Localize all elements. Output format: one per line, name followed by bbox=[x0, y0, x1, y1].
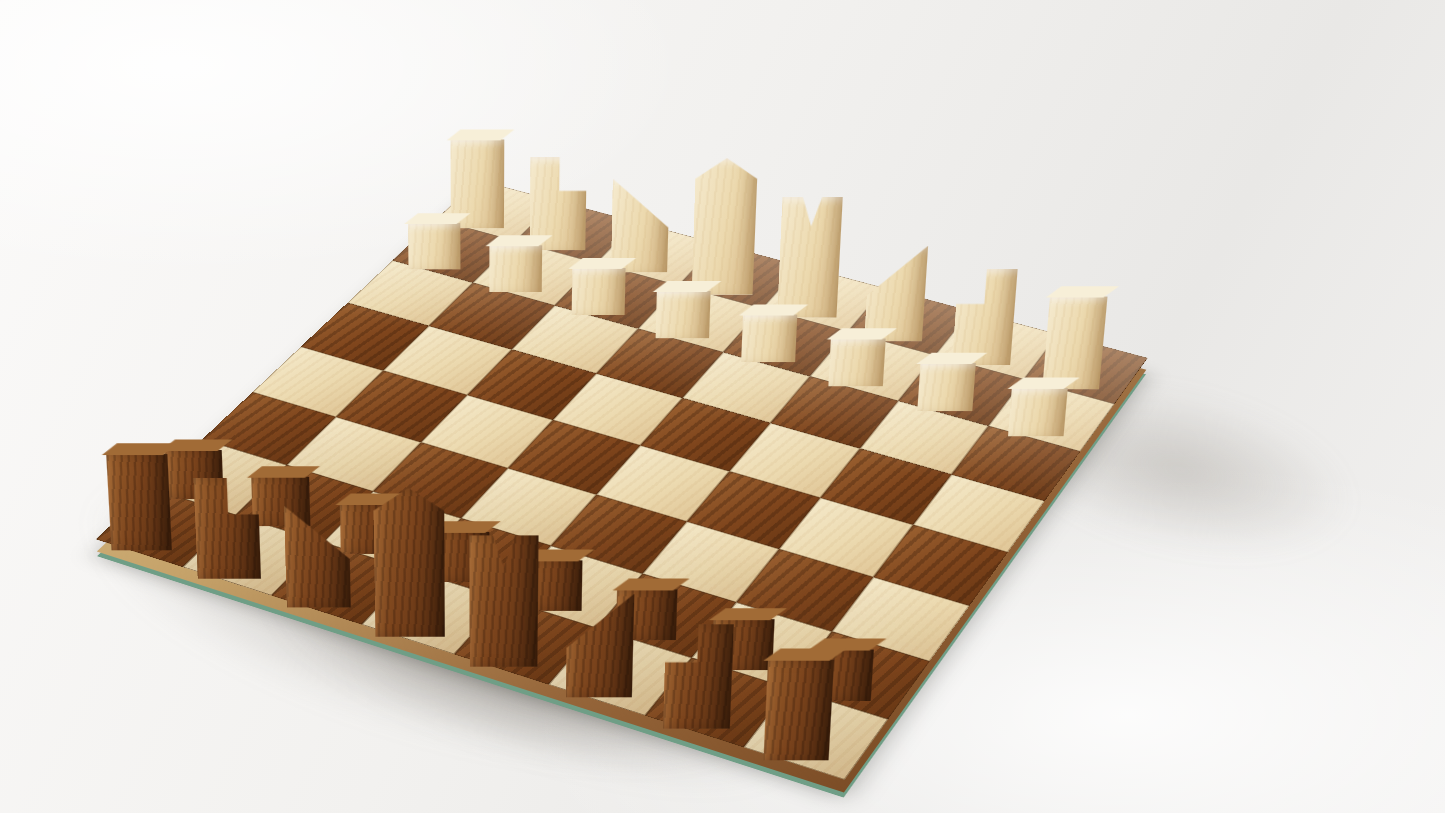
black-pawn: ♟ bbox=[251, 477, 310, 527]
white-knight: ♘ bbox=[952, 269, 1018, 365]
black-rook: ♜ bbox=[763, 660, 834, 761]
black-rook: ♜ bbox=[106, 454, 172, 551]
white-pawn: ♙ bbox=[656, 291, 711, 338]
chess-board: ♖♘♗♔♕♗♘♖♙♙♙♙♙♙♙♙♟♟♟♟♟♟♟♟♜♞♝♚♛♝♞♜ bbox=[96, 180, 1147, 780]
white-pawn: ♙ bbox=[489, 245, 542, 292]
photo-scene: ♖♘♗♔♕♗♘♖♙♙♙♙♙♙♙♙♟♟♟♟♟♟♟♟♜♞♝♚♛♝♞♜ bbox=[0, 0, 1445, 813]
white-pawn: ♙ bbox=[917, 363, 976, 411]
white-pawn: ♙ bbox=[408, 223, 460, 269]
white-bishop: ♗ bbox=[864, 246, 928, 341]
white-pawn: ♙ bbox=[741, 315, 797, 363]
white-pawn: ♙ bbox=[1008, 388, 1068, 437]
white-queen: ♕ bbox=[777, 197, 843, 318]
board-tilt-assembly: ♖♘♗♔♕♗♘♖♙♙♙♙♙♙♙♙♟♟♟♟♟♟♟♟♜♞♝♚♛♝♞♜ bbox=[96, 180, 1147, 780]
white-pawn: ♙ bbox=[828, 339, 885, 387]
white-rook: ♖ bbox=[1042, 297, 1107, 390]
black-king: ♚ bbox=[373, 488, 445, 637]
white-pawn: ♙ bbox=[572, 268, 626, 315]
white-king: ♔ bbox=[692, 158, 758, 295]
